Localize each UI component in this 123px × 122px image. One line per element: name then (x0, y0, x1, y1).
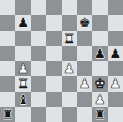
square-h4[interactable] (108, 61, 123, 76)
square-a5[interactable] (0, 46, 15, 61)
white-king[interactable]: ♚ (94, 77, 106, 90)
square-d8[interactable] (46, 0, 61, 15)
white-rook[interactable]: ♜ (63, 32, 75, 45)
black-rook[interactable]: ♜ (94, 108, 106, 121)
square-e2[interactable] (62, 92, 77, 107)
square-b5[interactable] (15, 46, 30, 61)
square-c1[interactable] (31, 107, 46, 122)
square-h7[interactable] (108, 15, 123, 30)
white-pawn[interactable]: ♟ (109, 77, 121, 90)
square-f5[interactable] (77, 46, 92, 61)
white-pawn[interactable]: ♟ (79, 77, 91, 90)
square-c3[interactable] (31, 76, 46, 91)
square-b8[interactable] (15, 0, 30, 15)
square-f7[interactable]: ♚ (77, 15, 92, 30)
square-c4[interactable] (31, 61, 46, 76)
square-d7[interactable] (46, 15, 61, 30)
white-pawn[interactable]: ♟ (63, 62, 75, 75)
square-g1[interactable]: ♜ (92, 107, 107, 122)
square-e4[interactable]: ♟ (62, 61, 77, 76)
square-h2[interactable] (108, 92, 123, 107)
black-rook[interactable]: ♜ (2, 108, 14, 121)
square-c2[interactable] (31, 92, 46, 107)
black-king[interactable]: ♚ (79, 16, 91, 29)
white-pawn[interactable]: ♟ (17, 62, 29, 75)
square-g4[interactable] (92, 61, 107, 76)
square-b3[interactable]: ♜ (15, 76, 30, 91)
chess-board: ♟♚♜♟♟♟♟♜♟♚♟♝♟♜♜ (0, 0, 123, 122)
square-a4[interactable] (0, 61, 15, 76)
square-g6[interactable] (92, 31, 107, 46)
square-f6[interactable] (77, 31, 92, 46)
square-f3[interactable]: ♟ (77, 76, 92, 91)
square-c5[interactable] (31, 46, 46, 61)
black-pawn[interactable]: ♟ (94, 47, 106, 60)
white-rook[interactable]: ♜ (17, 77, 29, 90)
square-e7[interactable] (62, 15, 77, 30)
square-g7[interactable] (92, 15, 107, 30)
square-a6[interactable] (0, 31, 15, 46)
square-c7[interactable] (31, 15, 46, 30)
square-e6[interactable]: ♜ (62, 31, 77, 46)
square-g5[interactable]: ♟ (92, 46, 107, 61)
square-g3[interactable]: ♚ (92, 76, 107, 91)
square-d6[interactable] (46, 31, 61, 46)
square-b7[interactable]: ♟ (15, 15, 30, 30)
square-a2[interactable] (0, 92, 15, 107)
square-a1[interactable]: ♜ (0, 107, 15, 122)
square-h3[interactable]: ♟ (108, 76, 123, 91)
square-f8[interactable] (77, 0, 92, 15)
square-a7[interactable] (0, 15, 15, 30)
square-c8[interactable] (31, 0, 46, 15)
square-c6[interactable] (31, 31, 46, 46)
square-g8[interactable] (92, 0, 107, 15)
square-e8[interactable] (62, 0, 77, 15)
square-a3[interactable] (0, 76, 15, 91)
black-bishop[interactable]: ♝ (17, 93, 29, 106)
square-h6[interactable] (108, 31, 123, 46)
square-d1[interactable] (46, 107, 61, 122)
square-e3[interactable] (62, 76, 77, 91)
square-b1[interactable] (15, 107, 30, 122)
square-b2[interactable]: ♝ (15, 92, 30, 107)
square-g2[interactable]: ♟ (92, 92, 107, 107)
square-b6[interactable] (15, 31, 30, 46)
square-e5[interactable] (62, 46, 77, 61)
black-pawn[interactable]: ♟ (17, 16, 29, 29)
black-pawn[interactable]: ♟ (109, 47, 121, 60)
square-e1[interactable] (62, 107, 77, 122)
square-d5[interactable] (46, 46, 61, 61)
square-h5[interactable]: ♟ (108, 46, 123, 61)
square-f2[interactable] (77, 92, 92, 107)
square-f1[interactable] (77, 107, 92, 122)
square-h8[interactable] (108, 0, 123, 15)
white-pawn[interactable]: ♟ (94, 93, 106, 106)
square-h1[interactable] (108, 107, 123, 122)
square-a8[interactable] (0, 0, 15, 15)
square-d2[interactable] (46, 92, 61, 107)
square-f4[interactable] (77, 61, 92, 76)
square-d3[interactable] (46, 76, 61, 91)
square-d4[interactable] (46, 61, 61, 76)
square-b4[interactable]: ♟ (15, 61, 30, 76)
